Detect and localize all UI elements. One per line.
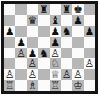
square-e3[interactable]: ♘ xyxy=(50,58,61,69)
square-c5[interactable] xyxy=(27,37,38,48)
square-a3[interactable] xyxy=(4,58,15,69)
square-h6[interactable]: ♟ xyxy=(84,26,95,37)
black-rook: ♜ xyxy=(62,4,71,15)
black-knight: ♞ xyxy=(62,26,71,37)
square-h3[interactable]: ♙ xyxy=(84,58,95,69)
black-pawn: ♟ xyxy=(51,37,60,48)
square-d3[interactable] xyxy=(38,58,49,69)
board-border: ♜♜♚♛♝♟♟♟♞♟♟♟♙♟♞♙♙♘♙♙♙♕♙♙♖♗♖♔ xyxy=(1,1,98,94)
square-h8[interactable] xyxy=(84,4,95,15)
square-g2[interactable]: ♙ xyxy=(72,69,83,80)
black-queen: ♛ xyxy=(28,15,37,26)
square-d5[interactable] xyxy=(38,37,49,48)
square-c8[interactable] xyxy=(27,4,38,15)
square-f7[interactable] xyxy=(61,15,72,26)
square-c2[interactable]: ♙ xyxy=(27,69,38,80)
white-pawn: ♙ xyxy=(85,58,94,69)
square-e6[interactable]: ♟ xyxy=(50,26,61,37)
square-a8[interactable] xyxy=(4,4,15,15)
square-f1[interactable] xyxy=(61,80,72,91)
square-d6[interactable] xyxy=(38,26,49,37)
square-a2[interactable]: ♙ xyxy=(4,69,15,80)
black-pawn: ♟ xyxy=(73,15,82,26)
black-pawn: ♟ xyxy=(5,26,14,37)
white-pawn: ♙ xyxy=(28,58,37,69)
white-rook: ♖ xyxy=(51,80,60,91)
black-pawn: ♟ xyxy=(28,48,37,59)
square-h2[interactable] xyxy=(84,69,95,80)
square-a5[interactable] xyxy=(4,37,15,48)
square-d4[interactable]: ♞ xyxy=(38,48,49,59)
square-b5[interactable]: ♟ xyxy=(15,37,26,48)
square-g8[interactable]: ♚ xyxy=(72,4,83,15)
square-e5[interactable]: ♟ xyxy=(50,37,61,48)
square-b7[interactable] xyxy=(15,15,26,26)
square-b6[interactable] xyxy=(15,26,26,37)
square-c7[interactable]: ♛ xyxy=(27,15,38,26)
square-b4[interactable]: ♙ xyxy=(15,48,26,59)
square-e2[interactable]: ♕ xyxy=(50,69,61,80)
white-pawn: ♙ xyxy=(51,48,60,59)
white-bishop: ♗ xyxy=(28,80,37,91)
square-a6[interactable]: ♟ xyxy=(4,26,15,37)
square-c6[interactable] xyxy=(27,26,38,37)
square-g3[interactable] xyxy=(72,58,83,69)
chess-diagram: ♜♜♚♛♝♟♟♟♞♟♟♟♙♟♞♙♙♘♙♙♙♕♙♙♖♗♖♔ xyxy=(0,0,99,96)
square-e8[interactable] xyxy=(50,4,61,15)
square-b2[interactable] xyxy=(15,69,26,80)
square-g7[interactable]: ♟ xyxy=(72,15,83,26)
black-king: ♚ xyxy=(73,4,82,15)
square-f5[interactable] xyxy=(61,37,72,48)
square-d2[interactable] xyxy=(38,69,49,80)
square-d7[interactable] xyxy=(38,15,49,26)
black-pawn: ♟ xyxy=(16,37,25,48)
square-f3[interactable] xyxy=(61,58,72,69)
white-queen: ♕ xyxy=(51,69,60,80)
square-a4[interactable] xyxy=(4,48,15,59)
square-b8[interactable] xyxy=(15,4,26,15)
white-pawn: ♙ xyxy=(16,48,25,59)
square-h4[interactable] xyxy=(84,48,95,59)
white-knight: ♘ xyxy=(51,58,60,69)
square-f4[interactable] xyxy=(61,48,72,59)
square-b1[interactable] xyxy=(15,80,26,91)
square-d8[interactable]: ♜ xyxy=(38,4,49,15)
square-g1[interactable]: ♔ xyxy=(72,80,83,91)
square-h1[interactable] xyxy=(84,80,95,91)
square-c3[interactable]: ♙ xyxy=(27,58,38,69)
white-pawn: ♙ xyxy=(62,69,71,80)
black-pawn: ♟ xyxy=(85,26,94,37)
square-g6[interactable] xyxy=(72,26,83,37)
white-rook: ♖ xyxy=(5,80,14,91)
square-a1[interactable]: ♖ xyxy=(4,80,15,91)
chess-board: ♜♜♚♛♝♟♟♟♞♟♟♟♙♟♞♙♙♘♙♙♙♕♙♙♖♗♖♔ xyxy=(4,4,95,91)
square-e7[interactable]: ♝ xyxy=(50,15,61,26)
square-h5[interactable] xyxy=(84,37,95,48)
square-c4[interactable]: ♟ xyxy=(27,48,38,59)
square-f2[interactable]: ♙ xyxy=(61,69,72,80)
white-pawn: ♙ xyxy=(73,69,82,80)
black-rook: ♜ xyxy=(39,4,48,15)
black-pawn: ♟ xyxy=(51,26,60,37)
square-f6[interactable]: ♞ xyxy=(61,26,72,37)
black-bishop: ♝ xyxy=(51,15,60,26)
square-b3[interactable] xyxy=(15,58,26,69)
white-pawn: ♙ xyxy=(5,69,14,80)
square-g4[interactable] xyxy=(72,48,83,59)
square-g5[interactable] xyxy=(72,37,83,48)
square-e1[interactable]: ♖ xyxy=(50,80,61,91)
square-h7[interactable] xyxy=(84,15,95,26)
square-c1[interactable]: ♗ xyxy=(27,80,38,91)
square-a7[interactable] xyxy=(4,15,15,26)
square-f8[interactable]: ♜ xyxy=(61,4,72,15)
square-e4[interactable]: ♙ xyxy=(50,48,61,59)
square-d1[interactable] xyxy=(38,80,49,91)
white-king: ♔ xyxy=(73,80,82,91)
black-knight: ♞ xyxy=(39,48,48,59)
white-pawn: ♙ xyxy=(28,69,37,80)
